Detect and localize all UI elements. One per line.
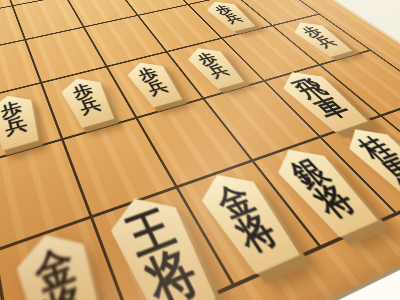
shogi-photo-scene: 香車桂馬銀将金将玉将金将銀将桂馬香車飛車角行歩兵歩兵歩兵歩兵歩兵歩兵歩兵歩兵歩兵… xyxy=(0,0,400,300)
shogi-board: 香車桂馬銀将金将玉将金将銀将桂馬香車飛車角行歩兵歩兵歩兵歩兵歩兵歩兵歩兵歩兵歩兵… xyxy=(0,0,400,300)
piece-gote-pawn[interactable]: 歩兵 xyxy=(51,72,125,131)
board-grid: 香車桂馬銀将金将玉将金将銀将桂馬香車飛車角行歩兵歩兵歩兵歩兵歩兵歩兵歩兵歩兵歩兵… xyxy=(0,0,400,300)
piece-gote-pawn[interactable]: 歩兵 xyxy=(0,89,51,154)
